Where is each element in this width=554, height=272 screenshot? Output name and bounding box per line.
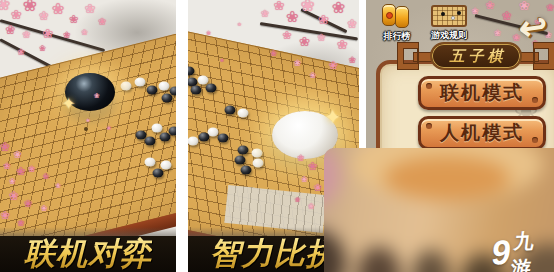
mini-board-icon	[431, 5, 467, 27]
panel-online-play: ✦ ❀❀❀❀❀❀❀❀❀❀❀❀❀❀❀❀❀❀❀❀❀❀❀❀❀❀❀❀❀❀❀ 联机对弈	[0, 0, 176, 272]
jiuyou-logo-text: 九游	[509, 226, 554, 272]
blossom-icon: ❀	[9, 178, 16, 186]
blossom-icon: ❀	[299, 34, 310, 47]
blossom-icon: ❀	[237, 22, 241, 27]
leaderboard-button[interactable]: 排行榜	[378, 4, 416, 43]
blossom-icon: ❀	[39, 10, 49, 22]
panel-divider	[176, 0, 188, 272]
blossom-icon: ❀	[0, 141, 10, 153]
blossom-icon: ❀	[98, 17, 106, 27]
caption-middle: 智力比拼	[210, 233, 338, 272]
online-mode-label: 联机模式	[440, 80, 524, 106]
blossom-icon: ❀	[42, 173, 49, 181]
blossom-icon: ❀	[86, 117, 90, 122]
blossom-icon: ❀	[297, 153, 305, 162]
blossom-icon: ❀	[39, 45, 46, 53]
blossom-icon: ❀	[9, 190, 19, 202]
blossom-icon: ❀	[17, 47, 25, 56]
blossom-icon: ❀	[28, 164, 36, 173]
caption-band-left: 联机对弈	[0, 236, 176, 272]
nine-logo-icon: 9	[490, 234, 513, 269]
blossom-icon: ❀	[347, 18, 357, 30]
ai-mode-label: 人机模式	[440, 120, 524, 146]
blossom-icon: ❀	[55, 181, 61, 188]
caption-left: 联机对弈	[24, 233, 152, 272]
blossom-icon: ❀	[494, 28, 502, 37]
blossom-icon: ❀	[69, 14, 78, 25]
blossom-icon: ❀	[84, 2, 95, 15]
blossom-icon: ❀	[63, 31, 71, 40]
blossom-icon: ❀	[294, 58, 302, 67]
blossom-icon: ❀	[318, 13, 329, 26]
blossom-icon: ❀	[41, 205, 48, 213]
blossom-icon: ❀	[3, 161, 11, 170]
rules-button[interactable]: 游戏规则	[426, 5, 472, 42]
blossom-icon: ❀	[336, 37, 347, 50]
blossom-icon: ❀	[348, 55, 356, 64]
blossom-icon: ❀	[295, 195, 301, 202]
blossom-icon: ❀	[42, 26, 53, 39]
blossom-icon: ❀	[485, 0, 494, 11]
blossom-icon: ❀	[23, 0, 37, 14]
jiuyou-watermark: 9 九游	[489, 228, 554, 272]
blossom-icon: ❀	[308, 160, 317, 171]
blossom-icon: ❀	[52, 1, 65, 16]
blossom-icon: ❀	[270, 50, 277, 58]
blossom-icon: ❀	[309, 72, 316, 80]
blossom-icon: ❀	[301, 176, 308, 184]
blossom-icon: ❀	[13, 150, 21, 160]
blossom-icon: ❀	[94, 92, 100, 99]
promo-screenshot: ✦ ❀❀❀❀❀❀❀❀❀❀❀❀❀❀❀❀❀❀❀❀❀❀❀❀❀❀❀❀❀❀❀ 联机对弈 ✦…	[0, 0, 554, 272]
blossom-icon: ❀	[10, 7, 21, 20]
blossom-icon: ❀	[17, 166, 26, 177]
scrolls-icon	[380, 4, 414, 28]
blossom-icon: ❀	[283, 30, 292, 41]
game-title: 五子棋	[446, 47, 507, 66]
ai-mode-button[interactable]: 人机模式	[418, 116, 546, 150]
bracket-left	[398, 43, 418, 69]
bracket-right	[534, 43, 554, 69]
blossom-icon: ❀	[273, 0, 284, 12]
blossom-icon: ❀	[220, 57, 224, 62]
blossom-icon: ❀	[107, 125, 112, 131]
blossom-icon: ❀	[286, 9, 299, 24]
online-mode-button[interactable]: 联机模式	[418, 76, 546, 110]
blossom-icon: ❀	[6, 24, 16, 36]
badge-icon	[386, 12, 393, 19]
blossom-icon: ❀	[301, 0, 315, 14]
blossom-icon: ❀	[22, 30, 30, 40]
blossom-icon: ❀	[314, 183, 322, 193]
blossom-icon: ❀	[1, 209, 10, 220]
blossom-icon: ❀	[0, 0, 10, 13]
blossom-icon: ❀	[317, 33, 325, 43]
blossom-icon: ❀	[81, 29, 88, 37]
blossom-icon: ❀	[329, 60, 338, 71]
blossom-icon: ❀	[24, 199, 32, 209]
blossom-icon: ❀	[261, 9, 269, 19]
blossom-icon: ❀	[308, 203, 315, 211]
blossom-icon: ❀	[332, 0, 345, 16]
title-ornament: 五子棋	[398, 41, 554, 73]
blossom-icon: ❀	[206, 30, 211, 36]
title-plaque: 五子棋	[430, 42, 522, 70]
